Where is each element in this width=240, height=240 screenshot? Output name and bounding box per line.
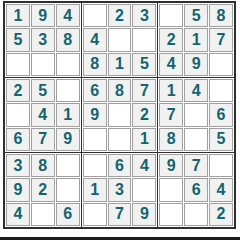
cell-r3c1[interactable] (6, 53, 30, 76)
box-1-1: 194538 (5, 3, 81, 77)
cell-r5c8[interactable] (184, 103, 208, 126)
box-3-2: 641379 (82, 153, 158, 227)
cell-r4c6[interactable]: 7 (132, 79, 156, 102)
cell-r7c2[interactable]: 8 (31, 154, 55, 177)
cell-r8c3[interactable] (56, 178, 80, 201)
cell-r8c4[interactable]: 1 (83, 178, 107, 201)
cell-r8c5[interactable]: 3 (108, 178, 132, 201)
cell-r3c7[interactable]: 4 (159, 53, 183, 76)
cell-r9c4[interactable] (83, 203, 107, 226)
cell-r2c5[interactable] (108, 28, 132, 51)
cell-r3c6[interactable]: 5 (132, 53, 156, 76)
cell-r1c1[interactable]: 1 (6, 4, 30, 27)
cell-r7c3[interactable] (56, 154, 80, 177)
cell-r9c6[interactable]: 9 (132, 203, 156, 226)
cell-r1c9[interactable]: 8 (209, 4, 233, 27)
cell-r4c5[interactable]: 8 (108, 79, 132, 102)
box-3-1: 389246 (5, 153, 81, 227)
cell-r2c7[interactable]: 2 (159, 28, 183, 51)
cell-r9c5[interactable]: 7 (108, 203, 132, 226)
cell-r8c7[interactable] (159, 178, 183, 201)
cell-r5c6[interactable]: 2 (132, 103, 156, 126)
cell-r6c3[interactable]: 9 (56, 128, 80, 151)
cell-r1c7[interactable] (159, 4, 183, 27)
cell-r2c4[interactable]: 4 (83, 28, 107, 51)
cell-r6c8[interactable] (184, 128, 208, 151)
cell-r9c7[interactable] (159, 203, 183, 226)
cell-r3c4[interactable]: 8 (83, 53, 107, 76)
cell-r4c7[interactable]: 1 (159, 79, 183, 102)
cell-r8c9[interactable]: 4 (209, 178, 233, 201)
box-2-1: 2541679 (5, 78, 81, 152)
cell-r1c8[interactable]: 5 (184, 4, 208, 27)
cell-r4c4[interactable]: 6 (83, 79, 107, 102)
cell-r8c8[interactable]: 6 (184, 178, 208, 201)
box-1-3: 5821749 (158, 3, 234, 77)
cell-r9c3[interactable]: 6 (56, 203, 80, 226)
cell-r2c8[interactable]: 1 (184, 28, 208, 51)
cell-r6c7[interactable]: 8 (159, 128, 183, 151)
cell-r6c2[interactable]: 7 (31, 128, 55, 151)
cell-r7c9[interactable] (209, 154, 233, 177)
cell-r4c2[interactable]: 5 (31, 79, 55, 102)
cell-r1c2[interactable]: 9 (31, 4, 55, 27)
cell-r9c1[interactable]: 4 (6, 203, 30, 226)
box-1-2: 234815 (82, 3, 158, 77)
cell-r6c5[interactable] (108, 128, 132, 151)
cell-r7c6[interactable]: 4 (132, 154, 156, 177)
cell-r3c9[interactable] (209, 53, 233, 76)
cell-r3c2[interactable] (31, 53, 55, 76)
cell-r1c6[interactable]: 3 (132, 4, 156, 27)
cell-r2c3[interactable]: 8 (56, 28, 80, 51)
cell-r3c8[interactable]: 9 (184, 53, 208, 76)
cell-r5c3[interactable]: 1 (56, 103, 80, 126)
cell-r9c2[interactable] (31, 203, 55, 226)
cell-r6c6[interactable]: 1 (132, 128, 156, 151)
cell-r4c3[interactable] (56, 79, 80, 102)
cell-r7c7[interactable]: 9 (159, 154, 183, 177)
cell-r6c1[interactable]: 6 (6, 128, 30, 151)
cell-r7c1[interactable]: 3 (6, 154, 30, 177)
cell-r1c4[interactable] (83, 4, 107, 27)
cell-r8c6[interactable] (132, 178, 156, 201)
cell-r2c6[interactable] (132, 28, 156, 51)
cell-r3c3[interactable] (56, 53, 80, 76)
cell-r7c5[interactable]: 6 (108, 154, 132, 177)
cell-r5c4[interactable]: 9 (83, 103, 107, 126)
cell-r2c2[interactable]: 3 (31, 28, 55, 51)
cell-r9c9[interactable]: 2 (209, 203, 233, 226)
cell-r7c4[interactable] (83, 154, 107, 177)
box-2-2: 687921 (82, 78, 158, 152)
cell-r3c5[interactable]: 1 (108, 53, 132, 76)
cell-r5c7[interactable]: 7 (159, 103, 183, 126)
cell-r6c9[interactable]: 5 (209, 128, 233, 151)
cell-r4c8[interactable]: 4 (184, 79, 208, 102)
cell-r8c1[interactable]: 9 (6, 178, 30, 201)
cell-r5c5[interactable] (108, 103, 132, 126)
cell-r5c9[interactable]: 6 (209, 103, 233, 126)
cell-r1c5[interactable]: 2 (108, 4, 132, 27)
cell-r2c1[interactable]: 5 (6, 28, 30, 51)
box-3-3: 97642 (158, 153, 234, 227)
cell-r5c2[interactable]: 4 (31, 103, 55, 126)
cell-r4c9[interactable] (209, 79, 233, 102)
sudoku-board: 1945382348155821749254167968792114768538… (3, 1, 236, 229)
cell-r1c3[interactable]: 4 (56, 4, 80, 27)
cell-r7c8[interactable]: 7 (184, 154, 208, 177)
cell-r8c2[interactable]: 2 (31, 178, 55, 201)
cell-r5c1[interactable] (6, 103, 30, 126)
cell-r9c8[interactable] (184, 203, 208, 226)
cell-r2c9[interactable]: 7 (209, 28, 233, 51)
cell-r6c4[interactable] (83, 128, 107, 151)
cell-r4c1[interactable]: 2 (6, 79, 30, 102)
box-2-3: 147685 (158, 78, 234, 152)
